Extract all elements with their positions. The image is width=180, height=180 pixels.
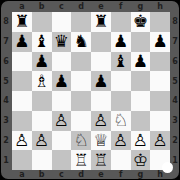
square-g3[interactable] xyxy=(131,111,151,131)
rank-label-2-right: 2 xyxy=(171,131,179,151)
rank-label-8-right: 8 xyxy=(171,12,179,32)
rank-label-7-left: 7 xyxy=(2,32,10,52)
file-label-c-bottom: c xyxy=(52,169,72,179)
file-label-a-top: a xyxy=(12,1,32,11)
square-g4[interactable] xyxy=(131,91,151,111)
rank-label-7-right: 7 xyxy=(171,32,179,52)
file-label-b-top: b xyxy=(32,1,52,11)
square-h5[interactable] xyxy=(150,71,170,91)
square-f5[interactable] xyxy=(111,71,131,91)
square-g1[interactable]: ♔ xyxy=(131,150,151,170)
piece-white-pawn: ♙ xyxy=(54,112,69,129)
rank-label-6-left: 6 xyxy=(2,52,10,72)
square-c2[interactable] xyxy=(52,131,72,151)
piece-black-rook: ♜ xyxy=(93,13,108,30)
square-g8[interactable]: ♚ xyxy=(131,12,151,32)
square-d5[interactable] xyxy=(71,71,91,91)
square-f4[interactable] xyxy=(111,91,131,111)
square-d1[interactable]: ♖ xyxy=(71,150,91,170)
square-e3[interactable]: ♙ xyxy=(91,111,111,131)
piece-black-pawn: ♟ xyxy=(93,72,108,89)
square-c4[interactable] xyxy=(52,91,72,111)
piece-white-queen: ♕ xyxy=(93,131,108,148)
chess-board: ♜♜♚♟♝♛♞♟♟♟♝♟♗♟♟♙♙♘♙♙♘♕♙♙♙♖♖♔ xyxy=(12,12,170,170)
rank-label-5-right: 5 xyxy=(171,71,179,91)
square-d6[interactable] xyxy=(71,52,91,72)
square-d3[interactable] xyxy=(71,111,91,131)
file-label-e-bottom: e xyxy=(91,169,111,179)
square-e8[interactable]: ♜ xyxy=(91,12,111,32)
square-d4[interactable] xyxy=(71,91,91,111)
piece-black-bishop: ♝ xyxy=(113,52,128,69)
piece-black-pawn: ♟ xyxy=(153,33,168,50)
square-b6[interactable]: ♟ xyxy=(32,52,52,72)
piece-white-pawn: ♙ xyxy=(14,131,29,148)
square-f1[interactable] xyxy=(111,150,131,170)
piece-white-knight: ♘ xyxy=(113,112,128,129)
piece-black-rook: ♜ xyxy=(14,13,29,30)
square-a2[interactable]: ♙ xyxy=(12,131,32,151)
file-label-c-top: c xyxy=(52,1,72,11)
square-h7[interactable]: ♟ xyxy=(150,32,170,52)
piece-white-rook: ♖ xyxy=(93,151,108,168)
square-f7[interactable]: ♟ xyxy=(111,32,131,52)
square-e7[interactable] xyxy=(91,32,111,52)
chess-app-window: ♜♜♚♟♝♛♞♟♟♟♝♟♗♟♟♙♙♘♙♙♘♕♙♙♙♖♖♔ aabbccddeef… xyxy=(0,0,180,180)
square-a8[interactable]: ♜ xyxy=(12,12,32,32)
square-c8[interactable] xyxy=(52,12,72,32)
square-g7[interactable] xyxy=(131,32,151,52)
square-g6[interactable]: ♟ xyxy=(131,52,151,72)
square-e2[interactable]: ♕ xyxy=(91,131,111,151)
square-b5[interactable]: ♗ xyxy=(32,71,52,91)
square-h8[interactable] xyxy=(150,12,170,32)
file-label-f-bottom: f xyxy=(111,169,131,179)
piece-white-bishop: ♗ xyxy=(34,72,49,89)
square-a1[interactable] xyxy=(12,150,32,170)
square-f6[interactable]: ♝ xyxy=(111,52,131,72)
square-h3[interactable] xyxy=(150,111,170,131)
piece-black-king: ♚ xyxy=(133,13,148,30)
piece-white-pawn: ♙ xyxy=(34,131,49,148)
piece-black-pawn: ♟ xyxy=(34,52,49,69)
square-e4[interactable] xyxy=(91,91,111,111)
rank-label-8-left: 8 xyxy=(2,12,10,32)
square-a3[interactable] xyxy=(12,111,32,131)
file-label-e-top: e xyxy=(91,1,111,11)
square-d8[interactable] xyxy=(71,12,91,32)
piece-black-pawn: ♟ xyxy=(133,52,148,69)
square-c5[interactable]: ♟ xyxy=(52,71,72,91)
square-b7[interactable]: ♝ xyxy=(32,32,52,52)
rank-label-3-right: 3 xyxy=(171,111,179,131)
rank-label-6-right: 6 xyxy=(171,52,179,72)
file-label-h-top: h xyxy=(150,1,170,11)
square-h6[interactable] xyxy=(150,52,170,72)
piece-white-pawn: ♙ xyxy=(93,112,108,129)
square-c3[interactable]: ♙ xyxy=(52,111,72,131)
square-g2[interactable]: ♙ xyxy=(131,131,151,151)
square-h4[interactable] xyxy=(150,91,170,111)
square-c7[interactable]: ♛ xyxy=(52,32,72,52)
square-c1[interactable] xyxy=(52,150,72,170)
piece-black-bishop: ♝ xyxy=(34,33,49,50)
square-b4[interactable] xyxy=(32,91,52,111)
file-label-d-bottom: d xyxy=(71,169,91,179)
square-b1[interactable] xyxy=(32,150,52,170)
square-c6[interactable] xyxy=(52,52,72,72)
piece-black-knight: ♞ xyxy=(74,33,89,50)
file-label-a-bottom: a xyxy=(12,169,32,179)
file-label-b-bottom: b xyxy=(32,169,52,179)
piece-white-pawn: ♙ xyxy=(133,131,148,148)
square-e1[interactable]: ♖ xyxy=(91,150,111,170)
square-f8[interactable] xyxy=(111,12,131,32)
square-h2[interactable]: ♙ xyxy=(150,131,170,151)
rank-label-3-left: 3 xyxy=(2,111,10,131)
square-f3[interactable]: ♘ xyxy=(111,111,131,131)
piece-white-pawn: ♙ xyxy=(113,131,128,148)
white-to-move-indicator xyxy=(162,162,173,173)
rank-label-4-right: 4 xyxy=(171,91,179,111)
piece-black-queen: ♛ xyxy=(54,33,69,50)
square-f2[interactable]: ♙ xyxy=(111,131,131,151)
piece-white-king: ♔ xyxy=(133,151,148,168)
rank-label-5-left: 5 xyxy=(2,71,10,91)
piece-black-pawn: ♟ xyxy=(54,72,69,89)
square-a5[interactable] xyxy=(12,71,32,91)
square-d2[interactable]: ♘ xyxy=(71,131,91,151)
square-a7[interactable]: ♟ xyxy=(12,32,32,52)
rank-label-1-left: 1 xyxy=(2,150,10,170)
rank-label-4-left: 4 xyxy=(2,91,10,111)
square-a6[interactable] xyxy=(12,52,32,72)
square-a4[interactable] xyxy=(12,91,32,111)
file-label-g-top: g xyxy=(131,1,151,11)
square-b2[interactable]: ♙ xyxy=(32,131,52,151)
square-e5[interactable]: ♟ xyxy=(91,71,111,91)
square-b8[interactable] xyxy=(32,12,52,32)
piece-black-pawn: ♟ xyxy=(14,33,29,50)
square-g5[interactable] xyxy=(131,71,151,91)
rank-label-2-left: 2 xyxy=(2,131,10,151)
file-label-d-top: d xyxy=(71,1,91,11)
file-label-f-top: f xyxy=(111,1,131,11)
square-e6[interactable] xyxy=(91,52,111,72)
square-b3[interactable] xyxy=(32,111,52,131)
piece-white-rook: ♖ xyxy=(74,151,89,168)
piece-white-knight: ♘ xyxy=(74,131,89,148)
file-label-g-bottom: g xyxy=(131,169,151,179)
piece-black-pawn: ♟ xyxy=(113,33,128,50)
piece-white-pawn: ♙ xyxy=(153,131,168,148)
square-d7[interactable]: ♞ xyxy=(71,32,91,52)
